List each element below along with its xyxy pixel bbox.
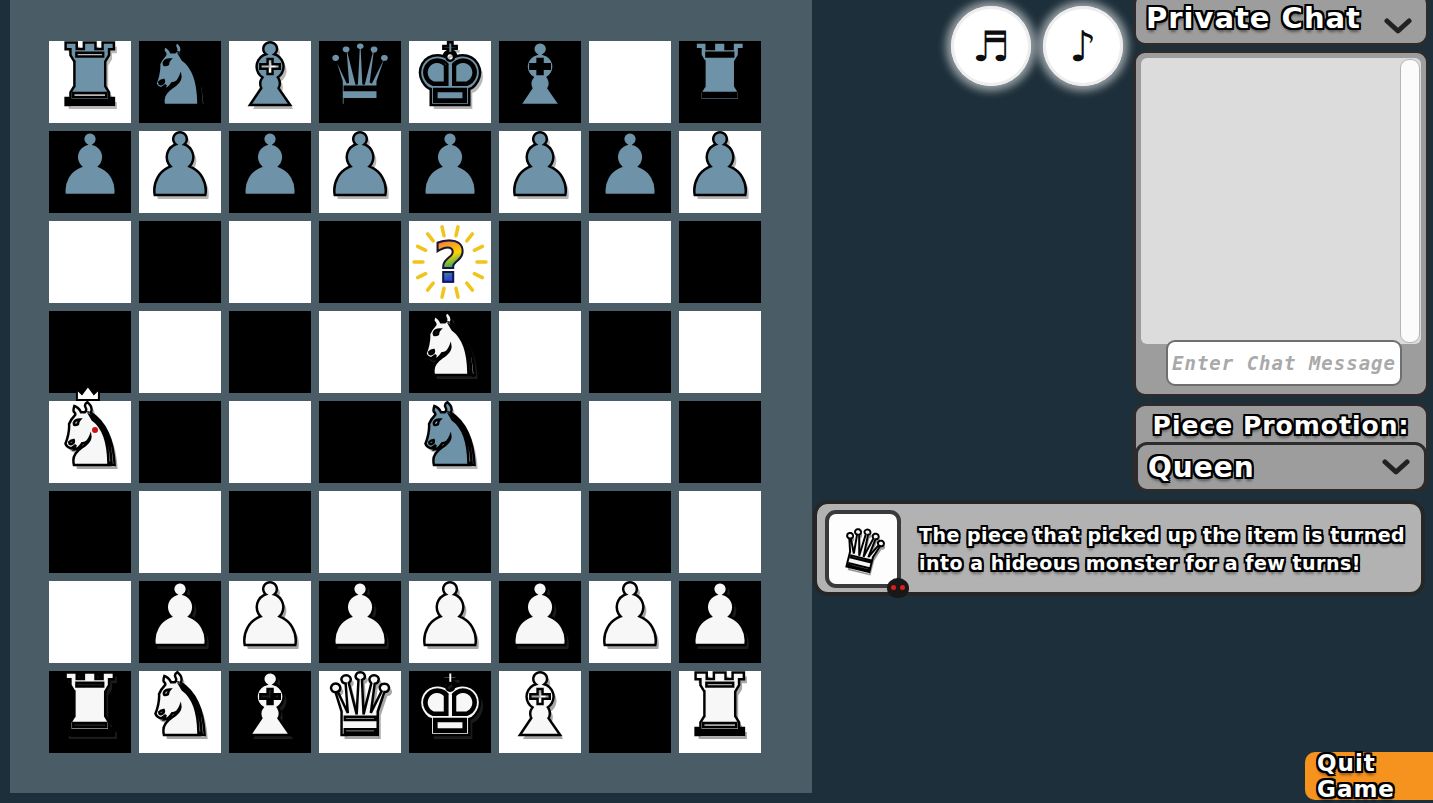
square-f3[interactable] bbox=[499, 491, 581, 573]
square-f7[interactable]: ♟ bbox=[499, 131, 581, 213]
piece-black-rook: ♜ bbox=[51, 34, 128, 116]
square-g3[interactable] bbox=[589, 491, 671, 573]
square-f1[interactable]: ♝ bbox=[499, 671, 581, 753]
chat-channel-label: Private Chat bbox=[1146, 1, 1361, 35]
square-h7[interactable]: ♟ bbox=[679, 131, 761, 213]
square-g6[interactable] bbox=[589, 221, 671, 303]
square-f5[interactable] bbox=[499, 311, 581, 393]
square-a3[interactable] bbox=[49, 491, 131, 573]
piece-black-pawn: ♟ bbox=[411, 124, 488, 206]
square-h2[interactable]: ♟ bbox=[679, 581, 761, 663]
tooltip-line-1: The piece that picked up the item is tur… bbox=[919, 524, 1405, 546]
piece-white-pawn: ♟ bbox=[321, 574, 398, 656]
piece-white-bishop: ♝ bbox=[231, 664, 308, 746]
square-b6[interactable] bbox=[139, 221, 221, 303]
square-b1[interactable]: ♞ bbox=[139, 671, 221, 753]
square-g1[interactable] bbox=[589, 671, 671, 753]
square-c2[interactable]: ♟ bbox=[229, 581, 311, 663]
piece-black-rook: ♜ bbox=[681, 34, 758, 116]
square-a1[interactable]: ♜ bbox=[49, 671, 131, 753]
piece-black-king: ♚ bbox=[411, 34, 488, 116]
beamed-notes-icon: ♬ bbox=[972, 22, 1010, 71]
piece-white-pawn: ♟ bbox=[411, 574, 488, 656]
square-g7[interactable]: ♟ bbox=[589, 131, 671, 213]
piece-black-pawn: ♟ bbox=[51, 124, 128, 206]
chevron-down-icon bbox=[1384, 18, 1412, 35]
square-a4[interactable]: ♞ bbox=[49, 401, 131, 483]
piece-black-pawn: ♟ bbox=[681, 124, 758, 206]
piece-white-pawn: ♟ bbox=[501, 574, 578, 656]
square-e7[interactable]: ♟ bbox=[409, 131, 491, 213]
square-e4[interactable]: ♞ bbox=[409, 401, 491, 483]
chat-scrollbar[interactable] bbox=[1400, 59, 1420, 343]
piece-black-pawn: ♟ bbox=[501, 124, 578, 206]
square-f4[interactable] bbox=[499, 401, 581, 483]
piece-black-queen: ♛ bbox=[321, 34, 398, 116]
square-d8[interactable]: ♛ bbox=[319, 41, 401, 123]
square-d1[interactable]: ♛ bbox=[319, 671, 401, 753]
item-info-tooltip: ♛ The piece that picked up the item is t… bbox=[813, 500, 1425, 596]
square-e5[interactable]: ♞ bbox=[409, 311, 491, 393]
piece-black-pawn: ♟ bbox=[231, 124, 308, 206]
piece-black-bishop: ♝ bbox=[501, 34, 578, 116]
square-f8[interactable]: ♝ bbox=[499, 41, 581, 123]
music-toggle-button[interactable]: ♬ bbox=[951, 6, 1031, 86]
piece-black-knight: ♞ bbox=[411, 394, 488, 476]
square-c6[interactable] bbox=[229, 221, 311, 303]
game-screen: ♜♞♝♛♚♝♜♟♟♟♟♟♟♟♟?♞♞♞♟♟♟♟♟♟♟♜♞♝♛♚♝♜ ♬ ♪ Pr… bbox=[0, 0, 1433, 803]
square-d7[interactable]: ♟ bbox=[319, 131, 401, 213]
queen-piece-image: ♛ bbox=[831, 518, 893, 584]
square-e3[interactable] bbox=[409, 491, 491, 573]
quit-game-label: Quit Game bbox=[1317, 750, 1433, 802]
piece-white-knight: ♞ bbox=[411, 304, 488, 386]
piece-white-queen: ♛ bbox=[321, 664, 398, 746]
promotion-selected-value: Queen bbox=[1148, 451, 1255, 484]
square-e1[interactable]: ♚ bbox=[409, 671, 491, 753]
square-b5[interactable] bbox=[139, 311, 221, 393]
chess-board: ♜♞♝♛♚♝♜♟♟♟♟♟♟♟♟?♞♞♞♟♟♟♟♟♟♟♜♞♝♛♚♝♜ bbox=[49, 41, 761, 753]
piece-white-rook: ♜ bbox=[51, 664, 128, 746]
piece-white-pawn: ♟ bbox=[681, 574, 758, 656]
square-c1[interactable]: ♝ bbox=[229, 671, 311, 753]
mystery-item-icon: ? bbox=[409, 221, 491, 303]
square-h6[interactable] bbox=[679, 221, 761, 303]
chat-message-input[interactable]: Enter Chat Message bbox=[1166, 340, 1402, 386]
square-e2[interactable]: ♟ bbox=[409, 581, 491, 663]
square-e6[interactable]: ? bbox=[409, 221, 491, 303]
square-f6[interactable] bbox=[499, 221, 581, 303]
piece-promotion-label: Piece Promotion: bbox=[1136, 411, 1426, 440]
square-a5[interactable] bbox=[49, 311, 131, 393]
tooltip-line-2: into a hideous monster for a few turns! bbox=[919, 552, 1361, 574]
square-a7[interactable]: ♟ bbox=[49, 131, 131, 213]
piece-white-pawn: ♟ bbox=[231, 574, 308, 656]
square-g2[interactable]: ♟ bbox=[589, 581, 671, 663]
piece-white-pawn: ♟ bbox=[141, 574, 218, 656]
square-h4[interactable] bbox=[679, 401, 761, 483]
piece-promotion-panel: Piece Promotion: Queen bbox=[1133, 403, 1429, 492]
tooltip-text: The piece that picked up the item is tur… bbox=[919, 521, 1411, 577]
square-d2[interactable]: ♟ bbox=[319, 581, 401, 663]
piece-black-bishop: ♝ bbox=[231, 34, 308, 116]
square-b4[interactable] bbox=[139, 401, 221, 483]
square-b2[interactable]: ♟ bbox=[139, 581, 221, 663]
square-c3[interactable] bbox=[229, 491, 311, 573]
sound-toggle-button[interactable]: ♪ bbox=[1043, 6, 1123, 86]
piece-white-bishop: ♝ bbox=[501, 664, 578, 746]
chat-panel: Enter Chat Message bbox=[1133, 50, 1429, 397]
square-c4[interactable] bbox=[229, 401, 311, 483]
square-h1[interactable]: ♜ bbox=[679, 671, 761, 753]
square-c8[interactable]: ♝ bbox=[229, 41, 311, 123]
monster-blob-icon bbox=[887, 578, 909, 598]
square-h5[interactable] bbox=[679, 311, 761, 393]
piece-white-monster-knight: ♞ bbox=[51, 401, 128, 483]
piece-black-pawn: ♟ bbox=[141, 124, 218, 206]
square-a8[interactable]: ♜ bbox=[49, 41, 131, 123]
square-b7[interactable]: ♟ bbox=[139, 131, 221, 213]
square-c7[interactable]: ♟ bbox=[229, 131, 311, 213]
piece-black-pawn: ♟ bbox=[321, 124, 398, 206]
quit-game-button[interactable]: Quit Game bbox=[1305, 752, 1433, 800]
chat-input-placeholder: Enter Chat Message bbox=[1172, 352, 1396, 374]
chat-message-log[interactable] bbox=[1141, 58, 1421, 344]
piece-white-rook: ♜ bbox=[681, 664, 758, 746]
promotion-piece-dropdown[interactable]: Queen bbox=[1135, 442, 1427, 492]
square-g4[interactable] bbox=[589, 401, 671, 483]
piece-white-pawn: ♟ bbox=[591, 574, 668, 656]
square-a2[interactable] bbox=[49, 581, 131, 663]
monster-item-icon: ♛ bbox=[825, 510, 901, 588]
eighth-note-icon: ♪ bbox=[1070, 22, 1097, 71]
square-d4[interactable] bbox=[319, 401, 401, 483]
piece-black-knight: ♞ bbox=[141, 34, 218, 116]
board-background: ♜♞♝♛♚♝♜♟♟♟♟♟♟♟♟?♞♞♞♟♟♟♟♟♟♟♜♞♝♛♚♝♜ bbox=[10, 0, 812, 793]
square-e8[interactable]: ♚ bbox=[409, 41, 491, 123]
piece-white-king: ♚ bbox=[411, 664, 488, 746]
square-f2[interactable]: ♟ bbox=[499, 581, 581, 663]
piece-black-pawn: ♟ bbox=[591, 124, 668, 206]
chevron-down-icon bbox=[1382, 459, 1410, 476]
square-a6[interactable] bbox=[49, 221, 131, 303]
square-d5[interactable] bbox=[319, 311, 401, 393]
square-g5[interactable] bbox=[589, 311, 671, 393]
square-b8[interactable]: ♞ bbox=[139, 41, 221, 123]
square-h8[interactable]: ♜ bbox=[679, 41, 761, 123]
crown-icon bbox=[75, 385, 101, 401]
square-g8[interactable] bbox=[589, 41, 671, 123]
square-d6[interactable] bbox=[319, 221, 401, 303]
square-c5[interactable] bbox=[229, 311, 311, 393]
square-d3[interactable] bbox=[319, 491, 401, 573]
chat-channel-dropdown[interactable]: Private Chat bbox=[1133, 0, 1429, 46]
square-h3[interactable] bbox=[679, 491, 761, 573]
piece-white-knight: ♞ bbox=[141, 664, 218, 746]
square-b3[interactable] bbox=[139, 491, 221, 573]
